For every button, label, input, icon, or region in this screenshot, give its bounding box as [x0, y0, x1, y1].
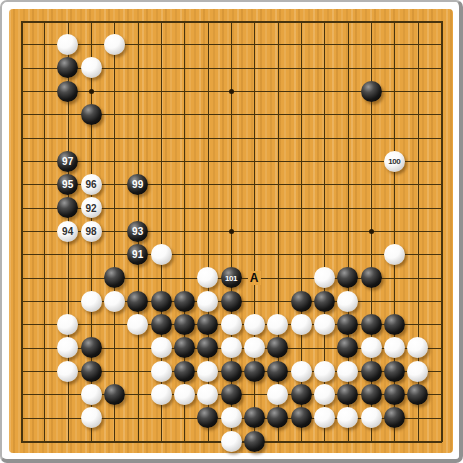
- stone-black[interactable]: [267, 361, 288, 382]
- stone-white[interactable]: [407, 337, 428, 358]
- stone-white[interactable]: [221, 407, 242, 428]
- stone-white[interactable]: [151, 384, 172, 405]
- stone-black[interactable]: [361, 81, 382, 102]
- stone-black[interactable]: [197, 407, 218, 428]
- stone-black[interactable]: [384, 407, 405, 428]
- stone-white-move-98[interactable]: 98: [81, 221, 102, 242]
- grid-line-horizontal: [21, 254, 442, 255]
- stone-white[interactable]: [361, 337, 382, 358]
- stone-white[interactable]: [197, 267, 218, 288]
- stone-black[interactable]: [104, 267, 125, 288]
- stone-white[interactable]: [407, 361, 428, 382]
- stone-black[interactable]: [221, 291, 242, 312]
- stone-white[interactable]: [244, 314, 265, 335]
- stone-white-move-92[interactable]: 92: [81, 197, 102, 218]
- move-number-label: 95: [62, 180, 73, 190]
- move-number-label: 101: [225, 274, 237, 282]
- stone-white[interactable]: [81, 384, 102, 405]
- stone-black-move-95[interactable]: 95: [57, 174, 78, 195]
- stone-white[interactable]: [57, 361, 78, 382]
- stone-black[interactable]: [57, 57, 78, 78]
- go-diagram-app: 971009596999294989391101A: [0, 0, 463, 463]
- stone-black[interactable]: [221, 361, 242, 382]
- move-number-label: 92: [85, 203, 96, 213]
- stone-white[interactable]: [361, 407, 382, 428]
- stone-black[interactable]: [337, 337, 358, 358]
- stone-white[interactable]: [221, 314, 242, 335]
- move-number-label: 99: [132, 180, 143, 190]
- stone-white[interactable]: [291, 314, 312, 335]
- stone-black[interactable]: [197, 337, 218, 358]
- stone-white[interactable]: [314, 361, 335, 382]
- move-number-label: 94: [62, 227, 73, 237]
- stone-white[interactable]: [151, 244, 172, 265]
- stone-white[interactable]: [197, 291, 218, 312]
- stone-black[interactable]: [57, 197, 78, 218]
- star-point: [229, 89, 234, 94]
- stone-black[interactable]: [244, 407, 265, 428]
- stone-white[interactable]: [384, 244, 405, 265]
- stone-black[interactable]: [384, 384, 405, 405]
- stone-black[interactable]: [407, 384, 428, 405]
- stone-white[interactable]: [197, 361, 218, 382]
- stone-black[interactable]: [361, 314, 382, 335]
- stone-white[interactable]: [127, 314, 148, 335]
- stone-black[interactable]: [151, 291, 172, 312]
- stone-black[interactable]: [174, 314, 195, 335]
- stone-white[interactable]: [81, 407, 102, 428]
- stone-white-move-100[interactable]: 100: [384, 151, 405, 172]
- star-point: [89, 89, 94, 94]
- stone-black[interactable]: [151, 314, 172, 335]
- board-marker-A[interactable]: A: [248, 271, 261, 285]
- stone-white[interactable]: [57, 314, 78, 335]
- stone-white[interactable]: [314, 267, 335, 288]
- star-point: [229, 229, 234, 234]
- move-number-label: 100: [388, 158, 400, 166]
- stone-white[interactable]: [151, 337, 172, 358]
- stone-black-move-91[interactable]: 91: [127, 244, 148, 265]
- star-point: [369, 229, 374, 234]
- stone-black[interactable]: [267, 337, 288, 358]
- stone-black[interactable]: [81, 361, 102, 382]
- move-number-label: 98: [85, 227, 96, 237]
- stone-white[interactable]: [314, 407, 335, 428]
- stone-white[interactable]: [291, 361, 312, 382]
- move-number-label: 93: [132, 227, 143, 237]
- stone-black[interactable]: [197, 314, 218, 335]
- stone-black[interactable]: [127, 291, 148, 312]
- stone-white[interactable]: [57, 34, 78, 55]
- stone-white[interactable]: [104, 34, 125, 55]
- stone-black[interactable]: [81, 104, 102, 125]
- stone-black[interactable]: [221, 384, 242, 405]
- stone-black[interactable]: [361, 361, 382, 382]
- stone-white[interactable]: [384, 337, 405, 358]
- stone-black-move-97[interactable]: 97: [57, 151, 78, 172]
- stone-black[interactable]: [291, 407, 312, 428]
- stone-black[interactable]: [337, 314, 358, 335]
- stone-white[interactable]: [104, 291, 125, 312]
- stone-white[interactable]: [267, 384, 288, 405]
- stone-white[interactable]: [174, 384, 195, 405]
- stone-white[interactable]: [337, 407, 358, 428]
- stone-white-move-94[interactable]: 94: [57, 221, 78, 242]
- stone-black[interactable]: [337, 267, 358, 288]
- stone-white[interactable]: [314, 384, 335, 405]
- stone-black[interactable]: [174, 291, 195, 312]
- stone-black[interactable]: [174, 361, 195, 382]
- stone-black[interactable]: [174, 337, 195, 358]
- stone-black[interactable]: [361, 384, 382, 405]
- move-number-label: 97: [62, 157, 73, 167]
- stone-white[interactable]: [337, 291, 358, 312]
- stone-black[interactable]: [57, 81, 78, 102]
- stone-white[interactable]: [244, 337, 265, 358]
- stone-black[interactable]: [384, 361, 405, 382]
- stone-black[interactable]: [291, 291, 312, 312]
- stone-white[interactable]: [314, 314, 335, 335]
- stone-black[interactable]: [314, 291, 335, 312]
- stone-white[interactable]: [81, 291, 102, 312]
- grid-line-vertical: [441, 21, 443, 442]
- move-number-label: 96: [85, 180, 96, 190]
- stone-black[interactable]: [267, 407, 288, 428]
- stone-black-move-101[interactable]: 101: [221, 267, 242, 288]
- stone-white-move-96[interactable]: 96: [81, 174, 102, 195]
- stone-white[interactable]: [81, 57, 102, 78]
- stone-black[interactable]: [384, 314, 405, 335]
- stone-black[interactable]: [244, 431, 265, 452]
- stone-white[interactable]: [151, 361, 172, 382]
- stone-black-move-99[interactable]: 99: [127, 174, 148, 195]
- stone-white[interactable]: [57, 337, 78, 358]
- stone-black[interactable]: [81, 337, 102, 358]
- stone-white[interactable]: [267, 314, 288, 335]
- stone-black[interactable]: [244, 361, 265, 382]
- stone-white[interactable]: [221, 337, 242, 358]
- stone-black-move-93[interactable]: 93: [127, 221, 148, 242]
- stone-white[interactable]: [221, 431, 242, 452]
- move-number-label: 91: [132, 250, 143, 260]
- stone-white[interactable]: [197, 384, 218, 405]
- goban: 971009596999294989391101A: [9, 9, 453, 453]
- stone-white[interactable]: [337, 361, 358, 382]
- stone-black[interactable]: [104, 384, 125, 405]
- stone-black[interactable]: [337, 384, 358, 405]
- stone-black[interactable]: [291, 384, 312, 405]
- stone-black[interactable]: [361, 267, 382, 288]
